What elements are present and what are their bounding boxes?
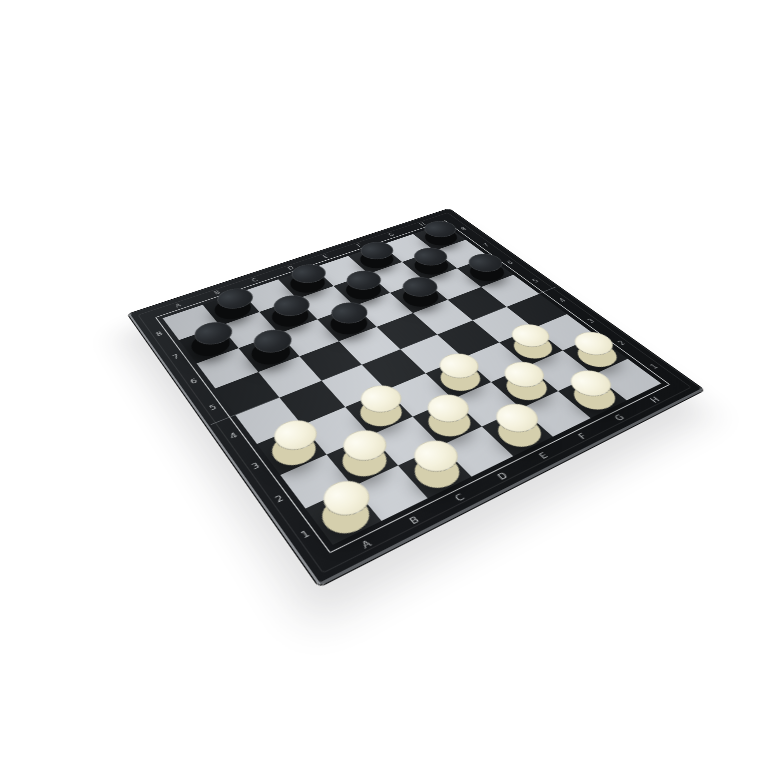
rank-label-left-6: 6 [188,376,198,384]
file-label-bottom-c: C [452,491,466,503]
file-label-bottom-b: B [407,514,421,526]
file-label-bottom-e: E [536,450,550,460]
rank-label-right-1: 1 [649,363,659,370]
rank-label-right-3: 3 [586,318,596,324]
checkers-board: AABBCCDDEEFFGGHH1122334455667788 [128,209,704,587]
rank-label-right-4: 4 [558,297,567,302]
rank-label-right-7: 7 [482,243,490,248]
rank-label-left-5: 5 [207,402,218,411]
rank-label-right-5: 5 [531,278,540,283]
scene: AABBCCDDEEFFGGHH1122334455667788 [0,0,778,778]
rank-label-right-2: 2 [616,340,626,346]
file-label-bottom-g: G [612,412,626,422]
file-label-top-a: A [174,303,182,309]
rank-label-left-8: 8 [154,329,164,336]
product-photo-canvas: { "game": "checkers (english draughts)",… [0,0,778,778]
rank-label-left-1: 1 [298,527,311,539]
rank-label-left-3: 3 [249,460,261,470]
board-grid [163,224,662,545]
file-label-top-e: E [322,254,330,259]
file-label-bottom-d: D [495,470,510,481]
file-label-top-g: G [387,232,395,237]
file-label-bottom-a: A [359,537,373,550]
file-label-bottom-h: H [647,395,661,404]
file-label-bottom-f: F [575,431,588,440]
file-label-top-c: C [251,277,259,282]
rank-label-right-6: 6 [506,260,514,265]
rank-label-left-7: 7 [170,352,180,360]
rank-label-left-2: 2 [272,492,285,503]
rank-label-right-8: 8 [459,226,467,230]
rank-label-left-4: 4 [227,430,238,440]
